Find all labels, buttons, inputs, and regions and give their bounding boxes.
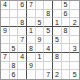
given-cell-r7c1: 7 (1, 53, 10, 62)
empty-cell-r1c5[interactable] (36, 1, 45, 10)
empty-cell-r3c1[interactable] (1, 18, 10, 27)
empty-cell-r4c3[interactable] (18, 27, 27, 36)
empty-cell-r7c2[interactable] (10, 53, 19, 62)
empty-cell-r8c7[interactable] (53, 62, 62, 71)
empty-cell-r8c5[interactable] (36, 62, 45, 71)
empty-cell-r5c9[interactable] (70, 36, 79, 45)
empty-cell-r3c6[interactable] (44, 18, 53, 27)
empty-cell-r8c9[interactable] (70, 62, 79, 71)
given-cell-r3c9: 2 (70, 18, 79, 27)
empty-cell-r2c9[interactable] (70, 10, 79, 19)
given-cell-r7c3: 4 (18, 53, 27, 62)
given-cell-r5c7: 5 (53, 36, 62, 45)
given-cell-r9c6: 7 (44, 70, 53, 79)
given-cell-r5c3: 7 (18, 36, 27, 45)
empty-cell-r9c3[interactable] (18, 70, 27, 79)
empty-cell-r7c4[interactable] (27, 53, 36, 62)
given-cell-r6c6: 4 (44, 44, 53, 53)
given-cell-r8c2: 8 (10, 62, 19, 71)
given-cell-r6c4: 8 (27, 44, 36, 53)
empty-cell-r6c3[interactable] (18, 44, 27, 53)
empty-cell-r1c9[interactable] (70, 1, 79, 10)
empty-cell-r5c1[interactable] (1, 36, 10, 45)
empty-cell-r9c5[interactable] (36, 70, 45, 79)
empty-cell-r8c8[interactable] (62, 62, 71, 71)
empty-cell-r8c3[interactable] (18, 62, 27, 71)
empty-cell-r5c2[interactable] (10, 36, 19, 45)
empty-cell-r4c2[interactable] (10, 27, 19, 36)
given-cell-r4c8: 8 (62, 27, 71, 36)
given-cell-r6c9: 3 (70, 44, 79, 53)
empty-cell-r9c4[interactable] (27, 70, 36, 79)
given-cell-r8c4: 9 (27, 62, 36, 71)
given-cell-r6c2: 5 (10, 44, 19, 53)
given-cell-r7c5: 1 (36, 53, 45, 62)
empty-cell-r9c8[interactable] (62, 70, 71, 79)
given-cell-r3c7: 1 (53, 18, 62, 27)
given-cell-r2c6: 8 (44, 10, 53, 19)
empty-cell-r6c8[interactable] (62, 44, 71, 53)
empty-cell-r1c6[interactable] (44, 1, 53, 10)
empty-cell-r7c8[interactable] (62, 53, 71, 62)
empty-cell-r1c2[interactable] (10, 1, 19, 10)
empty-cell-r2c4[interactable] (27, 10, 36, 19)
empty-cell-r6c1[interactable] (1, 44, 10, 53)
given-cell-r1c1: 4 (1, 1, 10, 10)
empty-cell-r5c6[interactable] (44, 36, 53, 45)
empty-cell-r1c7[interactable] (53, 1, 62, 10)
empty-cell-r7c9[interactable] (70, 53, 79, 62)
given-cell-r1c8: 5 (62, 1, 71, 10)
empty-cell-r8c6[interactable] (44, 62, 53, 71)
empty-cell-r2c2[interactable] (10, 10, 19, 19)
empty-cell-r9c1[interactable] (1, 70, 10, 79)
empty-cell-r2c1[interactable] (1, 10, 10, 19)
empty-cell-r4c9[interactable] (70, 27, 79, 36)
given-cell-r1c4: 7 (27, 1, 36, 10)
empty-cell-r2c5[interactable] (36, 10, 45, 19)
given-cell-r3c5: 5 (36, 18, 45, 27)
given-cell-r4c4: 1 (27, 27, 36, 36)
given-cell-r9c7: 2 (53, 70, 62, 79)
given-cell-r4c6: 5 (44, 27, 53, 36)
empty-cell-r4c5[interactable] (36, 27, 45, 36)
given-cell-r5c5: 9 (36, 36, 45, 45)
empty-cell-r3c4[interactable] (27, 18, 36, 27)
empty-cell-r2c3[interactable] (18, 10, 27, 19)
sudoku-board: 4675868512915879558437418896725 (0, 0, 80, 80)
empty-cell-r3c8[interactable] (62, 18, 71, 27)
given-cell-r7c7: 8 (53, 53, 62, 62)
given-cell-r4c1: 9 (1, 27, 10, 36)
empty-cell-r8c1[interactable] (1, 62, 10, 71)
given-cell-r3c3: 8 (18, 18, 27, 27)
empty-cell-r5c4[interactable] (27, 36, 36, 45)
given-cell-r1c3: 6 (18, 1, 27, 10)
empty-cell-r7c6[interactable] (44, 53, 53, 62)
given-cell-r9c9: 5 (70, 70, 79, 79)
empty-cell-r4c7[interactable] (53, 27, 62, 36)
given-cell-r9c2: 6 (10, 70, 19, 79)
empty-cell-r2c7[interactable] (53, 10, 62, 19)
empty-cell-r3c2[interactable] (10, 18, 19, 27)
empty-cell-r5c8[interactable] (62, 36, 71, 45)
given-cell-r2c8: 6 (62, 10, 71, 19)
empty-cell-r6c7[interactable] (53, 44, 62, 53)
empty-cell-r6c5[interactable] (36, 44, 45, 53)
